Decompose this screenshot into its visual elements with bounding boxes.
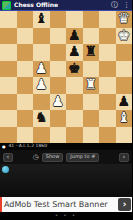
- square-d7[interactable]: [50, 28, 67, 45]
- square-f2[interactable]: [83, 110, 100, 127]
- square-f7[interactable]: [83, 28, 100, 45]
- square-g5[interactable]: [99, 61, 116, 78]
- square-g4[interactable]: [99, 77, 116, 94]
- piece-white-queen: ♛: [117, 11, 130, 28]
- square-b6[interactable]: [17, 44, 34, 61]
- square-b5[interactable]: [17, 61, 34, 78]
- piece-white-king: ♚: [117, 28, 130, 45]
- square-c2[interactable]: ♞: [33, 110, 50, 127]
- square-b1[interactable]: [17, 127, 34, 144]
- square-g8[interactable]: [99, 11, 116, 28]
- show-button[interactable]: Show: [42, 153, 64, 162]
- piece-black-pawn: ♟: [68, 28, 81, 45]
- app-title: Chess Offline: [14, 2, 106, 9]
- ad-arrow-button[interactable]: ›: [118, 198, 131, 211]
- square-d5[interactable]: [50, 61, 67, 78]
- piece-white-pawn: ♟: [35, 77, 48, 94]
- square-h5[interactable]: [116, 61, 133, 78]
- square-g2[interactable]: [99, 110, 116, 127]
- piece-black-knight: ♞: [35, 110, 48, 127]
- square-g6[interactable]: [99, 44, 116, 61]
- square-c8[interactable]: ♝: [33, 11, 50, 28]
- piece-black-pawn: ♟: [68, 44, 81, 61]
- square-a7[interactable]: [0, 28, 17, 45]
- square-e6[interactable]: ♟: [66, 44, 83, 61]
- square-e4[interactable]: [66, 77, 83, 94]
- square-d4[interactable]: [50, 77, 67, 94]
- controls-bar: ‹ ◷ Show Jump to # ›: [0, 150, 132, 164]
- square-e8[interactable]: [66, 11, 83, 28]
- square-a3[interactable]: [0, 94, 17, 111]
- piece-black-rook: ♜: [84, 44, 97, 61]
- square-f6[interactable]: ♜: [83, 44, 100, 61]
- chess-board[interactable]: ♝♛♟♚♟♜♟♚♟♜♟♟♞♝: [0, 11, 132, 143]
- page-indicator-dots: • • •: [55, 212, 77, 220]
- square-c3[interactable]: [33, 94, 50, 111]
- square-b7[interactable]: [17, 28, 34, 45]
- status-text: 41 - A.I. L.2 1860: [9, 144, 48, 149]
- piece-black-pawn: ♟: [117, 94, 130, 111]
- square-c1[interactable]: [33, 127, 50, 144]
- square-a4[interactable]: [0, 77, 17, 94]
- square-h2[interactable]: ♝: [116, 110, 133, 127]
- square-b3[interactable]: [17, 94, 34, 111]
- piece-black-bishop: ♝: [35, 11, 48, 28]
- piece-white-pawn: ♟: [35, 61, 48, 78]
- ad-text: AdMob Test Smart Banner: [4, 200, 118, 209]
- piece-white-rook: ♜: [84, 77, 97, 94]
- title-bar: Chess Offline ⓘ ⋮: [0, 0, 132, 11]
- square-e7[interactable]: ♟: [66, 28, 83, 45]
- square-f4[interactable]: ♜: [83, 77, 100, 94]
- square-f1[interactable]: [83, 127, 100, 144]
- square-f8[interactable]: [83, 11, 100, 28]
- square-h4[interactable]: [116, 77, 133, 94]
- square-d2[interactable]: [50, 110, 67, 127]
- status-bar: ● 41 - A.I. L.2 1860: [0, 143, 132, 150]
- square-d1[interactable]: [50, 127, 67, 144]
- square-e5[interactable]: ♚: [66, 61, 83, 78]
- square-c6[interactable]: [33, 44, 50, 61]
- next-move-button[interactable]: ›: [119, 153, 129, 162]
- jump-to-move-button[interactable]: Jump to #: [66, 153, 99, 162]
- square-b4[interactable]: [17, 77, 34, 94]
- square-a1[interactable]: [0, 127, 17, 144]
- square-h3[interactable]: ♟: [116, 94, 133, 111]
- piece-black-king: ♚: [68, 61, 81, 78]
- square-g1[interactable]: [99, 127, 116, 144]
- square-e3[interactable]: [66, 94, 83, 111]
- square-a8[interactable]: [0, 11, 17, 28]
- ad-accent-stripe: [0, 197, 2, 212]
- square-a6[interactable]: [0, 44, 17, 61]
- square-d8[interactable]: [50, 11, 67, 28]
- square-f3[interactable]: [83, 94, 100, 111]
- clock-icon[interactable]: ◷: [33, 153, 39, 161]
- square-b8[interactable]: [17, 11, 34, 28]
- prev-move-button[interactable]: ‹: [3, 153, 13, 162]
- ad-banner[interactable]: AdMob Test Smart Banner ›: [0, 197, 132, 212]
- square-h8[interactable]: ♛: [116, 11, 133, 28]
- square-h1[interactable]: [116, 127, 133, 144]
- square-d6[interactable]: [50, 44, 67, 61]
- square-c5[interactable]: ♟: [33, 61, 50, 78]
- background-panel: [0, 164, 132, 197]
- app-icon: [2, 1, 11, 10]
- status-dot-icon: ●: [2, 143, 6, 150]
- overflow-menu-icon[interactable]: ⋮: [123, 0, 130, 11]
- info-icon[interactable]: ⓘ: [111, 0, 118, 11]
- square-c7[interactable]: [33, 28, 50, 45]
- square-b2[interactable]: [17, 110, 34, 127]
- square-d3[interactable]: ♟: [50, 94, 67, 111]
- square-c4[interactable]: ♟: [33, 77, 50, 94]
- piece-white-pawn: ♟: [51, 94, 64, 111]
- square-e1[interactable]: [66, 127, 83, 144]
- square-h6[interactable]: [116, 44, 133, 61]
- square-h7[interactable]: ♚: [116, 28, 133, 45]
- square-e2[interactable]: [66, 110, 83, 127]
- page-indicator: • • •: [0, 212, 132, 220]
- square-a5[interactable]: [0, 61, 17, 78]
- square-a2[interactable]: [0, 110, 17, 127]
- floating-bubble[interactable]: [2, 166, 9, 173]
- square-f5[interactable]: [83, 61, 100, 78]
- piece-white-bishop: ♝: [117, 110, 130, 127]
- square-g7[interactable]: [99, 28, 116, 45]
- square-g3[interactable]: [99, 94, 116, 111]
